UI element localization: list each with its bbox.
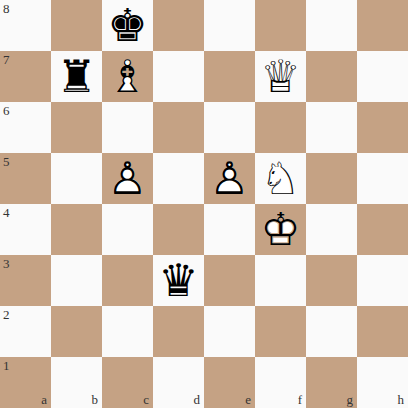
- square-b2[interactable]: [51, 306, 102, 357]
- square-b6[interactable]: [51, 102, 102, 153]
- piece-white-knight[interactable]: ♞♘: [255, 153, 306, 204]
- piece-black-rook[interactable]: ♜: [51, 51, 102, 102]
- square-c4[interactable]: [102, 204, 153, 255]
- file-label-g: g: [347, 393, 354, 406]
- square-f5[interactable]: ♞♘: [255, 153, 306, 204]
- piece-black-king[interactable]: ♚: [102, 0, 153, 51]
- square-g7[interactable]: [306, 51, 357, 102]
- rank-label-2: 2: [3, 308, 10, 321]
- square-h5[interactable]: [357, 153, 408, 204]
- file-label-b: b: [92, 393, 99, 406]
- square-h4[interactable]: [357, 204, 408, 255]
- piece-black-queen[interactable]: ♛: [153, 255, 204, 306]
- file-label-e: e: [245, 393, 251, 406]
- file-label-d: d: [194, 393, 201, 406]
- square-a4[interactable]: 4: [0, 204, 51, 255]
- square-a7[interactable]: 7: [0, 51, 51, 102]
- square-e8[interactable]: [204, 0, 255, 51]
- square-d2[interactable]: [153, 306, 204, 357]
- piece-white-queen[interactable]: ♛♕: [255, 51, 306, 102]
- rank-label-7: 7: [3, 53, 10, 66]
- rank-label-3: 3: [3, 257, 10, 270]
- square-g8[interactable]: [306, 0, 357, 51]
- square-a6[interactable]: 6: [0, 102, 51, 153]
- square-e5[interactable]: ♟♙: [204, 153, 255, 204]
- file-label-a: a: [41, 393, 47, 406]
- square-c1[interactable]: c: [102, 357, 153, 408]
- white-pawn-glyph: ♙: [204, 153, 255, 204]
- square-a8[interactable]: 8: [0, 0, 51, 51]
- black-rook-glyph: ♜: [51, 51, 102, 102]
- square-d1[interactable]: d: [153, 357, 204, 408]
- square-g5[interactable]: [306, 153, 357, 204]
- square-h8[interactable]: [357, 0, 408, 51]
- square-e3[interactable]: [204, 255, 255, 306]
- square-g4[interactable]: [306, 204, 357, 255]
- square-h1[interactable]: h: [357, 357, 408, 408]
- white-bishop-glyph: ♗: [102, 51, 153, 102]
- square-b8[interactable]: [51, 0, 102, 51]
- rank-label-6: 6: [3, 104, 10, 117]
- square-f7[interactable]: ♛♕: [255, 51, 306, 102]
- file-label-f: f: [298, 393, 302, 406]
- square-d4[interactable]: [153, 204, 204, 255]
- square-b3[interactable]: [51, 255, 102, 306]
- square-a1[interactable]: 1a: [0, 357, 51, 408]
- rank-label-8: 8: [3, 2, 10, 15]
- square-c2[interactable]: [102, 306, 153, 357]
- square-a2[interactable]: 2: [0, 306, 51, 357]
- black-king-glyph: ♚: [102, 0, 153, 51]
- square-a3[interactable]: 3: [0, 255, 51, 306]
- rank-label-4: 4: [3, 206, 10, 219]
- white-queen-glyph: ♕: [255, 51, 306, 102]
- piece-white-pawn[interactable]: ♟♙: [204, 153, 255, 204]
- square-c8[interactable]: ♚: [102, 0, 153, 51]
- square-g3[interactable]: [306, 255, 357, 306]
- square-g2[interactable]: [306, 306, 357, 357]
- white-knight-glyph: ♘: [255, 153, 306, 204]
- square-d6[interactable]: [153, 102, 204, 153]
- square-e1[interactable]: e: [204, 357, 255, 408]
- square-a5[interactable]: 5: [0, 153, 51, 204]
- square-b5[interactable]: [51, 153, 102, 204]
- square-c3[interactable]: [102, 255, 153, 306]
- square-h2[interactable]: [357, 306, 408, 357]
- square-g6[interactable]: [306, 102, 357, 153]
- piece-white-bishop[interactable]: ♝♗: [102, 51, 153, 102]
- square-f2[interactable]: [255, 306, 306, 357]
- chess-board-wrap: 8♚7♜♝♗♛♕65♟♙♟♙♞♘4♚♔3♛21abcdefgh: [0, 0, 408, 408]
- square-f6[interactable]: [255, 102, 306, 153]
- square-f1[interactable]: f: [255, 357, 306, 408]
- piece-white-king[interactable]: ♚♔: [255, 204, 306, 255]
- square-b4[interactable]: [51, 204, 102, 255]
- file-label-h: h: [398, 393, 405, 406]
- square-h3[interactable]: [357, 255, 408, 306]
- square-d5[interactable]: [153, 153, 204, 204]
- square-c7[interactable]: ♝♗: [102, 51, 153, 102]
- square-h6[interactable]: [357, 102, 408, 153]
- square-b1[interactable]: b: [51, 357, 102, 408]
- square-d8[interactable]: [153, 0, 204, 51]
- square-e2[interactable]: [204, 306, 255, 357]
- file-label-c: c: [143, 393, 149, 406]
- chess-board: 8♚7♜♝♗♛♕65♟♙♟♙♞♘4♚♔3♛21abcdefgh: [0, 0, 408, 408]
- rank-label-1: 1: [3, 359, 10, 372]
- square-c6[interactable]: [102, 102, 153, 153]
- square-d7[interactable]: [153, 51, 204, 102]
- square-d3[interactable]: ♛: [153, 255, 204, 306]
- square-h7[interactable]: [357, 51, 408, 102]
- square-e6[interactable]: [204, 102, 255, 153]
- square-f4[interactable]: ♚♔: [255, 204, 306, 255]
- square-e4[interactable]: [204, 204, 255, 255]
- piece-white-pawn[interactable]: ♟♙: [102, 153, 153, 204]
- square-e7[interactable]: [204, 51, 255, 102]
- square-b7[interactable]: ♜: [51, 51, 102, 102]
- white-king-glyph: ♔: [255, 204, 306, 255]
- black-queen-glyph: ♛: [153, 255, 204, 306]
- square-f3[interactable]: [255, 255, 306, 306]
- rank-label-5: 5: [3, 155, 10, 168]
- white-pawn-glyph: ♙: [102, 153, 153, 204]
- square-g1[interactable]: g: [306, 357, 357, 408]
- square-f8[interactable]: [255, 0, 306, 51]
- square-c5[interactable]: ♟♙: [102, 153, 153, 204]
